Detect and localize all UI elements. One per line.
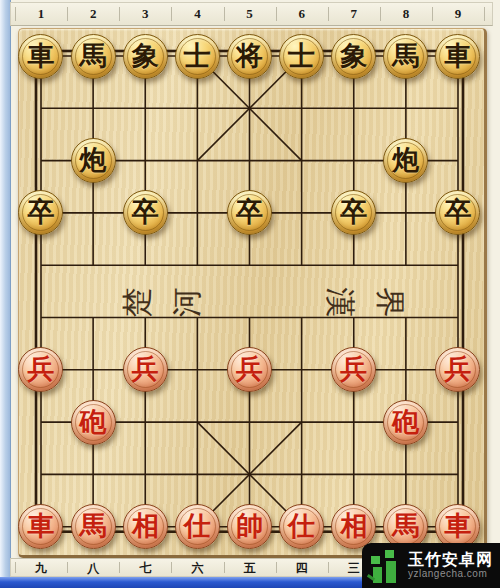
piece-glyph: 炮 — [80, 147, 107, 174]
piece-black-cannon-f8r3[interactable]: 炮 — [383, 138, 428, 183]
piece-glyph: 卒 — [132, 199, 159, 226]
piece-glyph: 卒 — [444, 199, 471, 226]
watermark-url: yzlangecha.com — [408, 569, 493, 580]
piece-black-soldier-f7r4[interactable]: 卒 — [331, 190, 376, 235]
piece-red-soldier-f3r7[interactable]: 兵 — [123, 347, 168, 392]
piece-black-chariot-f1r1[interactable]: 車 — [18, 34, 63, 79]
ruler-tick — [432, 7, 433, 20]
pieces-layer: 車馬象士将士象馬車炮炮卒卒卒卒卒兵兵兵兵兵砲砲車馬相仕帥仕相馬車 — [15, 30, 484, 553]
coord-label-5: 五 — [244, 559, 256, 576]
piece-red-cannon-f2r8[interactable]: 砲 — [71, 400, 116, 445]
piece-red-soldier-f9r7[interactable]: 兵 — [435, 347, 480, 392]
piece-red-chariot-f1r10[interactable]: 車 — [18, 504, 63, 549]
piece-glyph: 兵 — [236, 356, 263, 383]
piece-glyph: 卒 — [27, 199, 54, 226]
ruler-tick — [171, 7, 172, 20]
coord-label-8: 8 — [403, 6, 410, 22]
coord-label-5: 5 — [246, 6, 253, 22]
piece-glyph: 馬 — [80, 513, 107, 540]
piece-red-soldier-f1r7[interactable]: 兵 — [18, 347, 63, 392]
piece-black-advisor-f4r1[interactable]: 士 — [175, 34, 220, 79]
piece-black-soldier-f1r4[interactable]: 卒 — [18, 190, 63, 235]
piece-glyph: 馬 — [80, 43, 107, 70]
coord-label-1: 九 — [35, 559, 47, 576]
piece-glyph: 士 — [288, 43, 315, 70]
piece-black-soldier-f5r4[interactable]: 卒 — [227, 190, 272, 235]
ruler-tick — [15, 7, 16, 20]
coord-label-7: 三 — [348, 559, 360, 576]
piece-glyph: 士 — [184, 43, 211, 70]
ruler-tick — [67, 562, 68, 572]
piece-black-elephant-f3r1[interactable]: 象 — [123, 34, 168, 79]
coord-label-2: 八 — [87, 559, 99, 576]
ruler-tick — [276, 7, 277, 20]
piece-glyph: 兵 — [444, 356, 471, 383]
piece-glyph: 炮 — [392, 147, 419, 174]
piece-glyph: 馬 — [392, 43, 419, 70]
coord-label-6: 四 — [296, 559, 308, 576]
watermark-badge: 玉竹安卓网 yzlangecha.com — [362, 543, 500, 588]
piece-glyph: 兵 — [27, 356, 54, 383]
piece-glyph: 兵 — [340, 356, 367, 383]
piece-black-soldier-f9r4[interactable]: 卒 — [435, 190, 480, 235]
piece-glyph: 象 — [340, 43, 367, 70]
piece-glyph: 卒 — [236, 199, 263, 226]
piece-glyph: 相 — [340, 513, 367, 540]
coord-label-9: 9 — [455, 6, 462, 22]
piece-glyph: 相 — [132, 513, 159, 540]
ruler-tick — [328, 7, 329, 20]
piece-red-soldier-f5r7[interactable]: 兵 — [227, 347, 272, 392]
piece-glyph: 車 — [27, 43, 54, 70]
file-coordinates-top: 123456789 — [10, 2, 493, 26]
piece-red-general-f5r10[interactable]: 帥 — [227, 504, 272, 549]
piece-red-advisor-f4r10[interactable]: 仕 — [175, 504, 220, 549]
piece-glyph: 象 — [132, 43, 159, 70]
ruler-tick — [328, 562, 329, 572]
piece-glyph: 砲 — [392, 409, 419, 436]
ruler-tick — [380, 7, 381, 20]
ruler-tick — [171, 562, 172, 572]
piece-black-general-f5r1[interactable]: 将 — [227, 34, 272, 79]
coord-label-3: 3 — [142, 6, 149, 22]
coord-label-6: 6 — [298, 6, 305, 22]
ruler-tick — [484, 7, 485, 20]
xiangqi-board[interactable]: 楚河 漢界 車馬象士将士象馬車炮炮卒卒卒卒卒兵兵兵兵兵砲砲車馬相仕帥仕相馬車 — [18, 28, 487, 558]
piece-glyph: 仕 — [184, 513, 211, 540]
ruler-tick — [119, 562, 120, 572]
ruler-tick — [15, 562, 16, 572]
coord-label-4: 4 — [194, 6, 201, 22]
piece-black-soldier-f3r4[interactable]: 卒 — [123, 190, 168, 235]
coord-label-1: 1 — [38, 6, 45, 22]
window-left-scroll-strip[interactable] — [0, 0, 11, 578]
ruler-tick — [67, 7, 68, 20]
piece-glyph: 卒 — [340, 199, 367, 226]
coord-label-4: 六 — [191, 559, 203, 576]
piece-black-chariot-f9r1[interactable]: 車 — [435, 34, 480, 79]
coord-label-2: 2 — [90, 6, 97, 22]
piece-red-advisor-f6r10[interactable]: 仕 — [279, 504, 324, 549]
piece-red-horse-f2r10[interactable]: 馬 — [71, 504, 116, 549]
piece-red-soldier-f7r7[interactable]: 兵 — [331, 347, 376, 392]
piece-black-advisor-f6r1[interactable]: 士 — [279, 34, 324, 79]
piece-glyph: 将 — [236, 43, 263, 70]
ruler-tick — [119, 7, 120, 20]
watermark-title: 玉竹安卓网 — [408, 552, 493, 569]
coord-label-3: 七 — [139, 559, 151, 576]
piece-glyph: 砲 — [80, 409, 107, 436]
ruler-tick — [224, 7, 225, 20]
piece-black-elephant-f7r1[interactable]: 象 — [331, 34, 376, 79]
piece-glyph: 馬 — [392, 513, 419, 540]
piece-black-horse-f8r1[interactable]: 馬 — [383, 34, 428, 79]
piece-black-horse-f2r1[interactable]: 馬 — [71, 34, 116, 79]
piece-glyph: 帥 — [236, 513, 263, 540]
piece-glyph: 兵 — [132, 356, 159, 383]
piece-red-cannon-f8r8[interactable]: 砲 — [383, 400, 428, 445]
bamboo-logo-icon — [369, 548, 403, 584]
piece-black-cannon-f2r3[interactable]: 炮 — [71, 138, 116, 183]
piece-glyph: 仕 — [288, 513, 315, 540]
piece-red-elephant-f3r10[interactable]: 相 — [123, 504, 168, 549]
ruler-tick — [276, 562, 277, 572]
piece-glyph: 車 — [27, 513, 54, 540]
ruler-tick — [224, 562, 225, 572]
coord-label-7: 7 — [351, 6, 358, 22]
piece-glyph: 車 — [444, 513, 471, 540]
piece-glyph: 車 — [444, 43, 471, 70]
